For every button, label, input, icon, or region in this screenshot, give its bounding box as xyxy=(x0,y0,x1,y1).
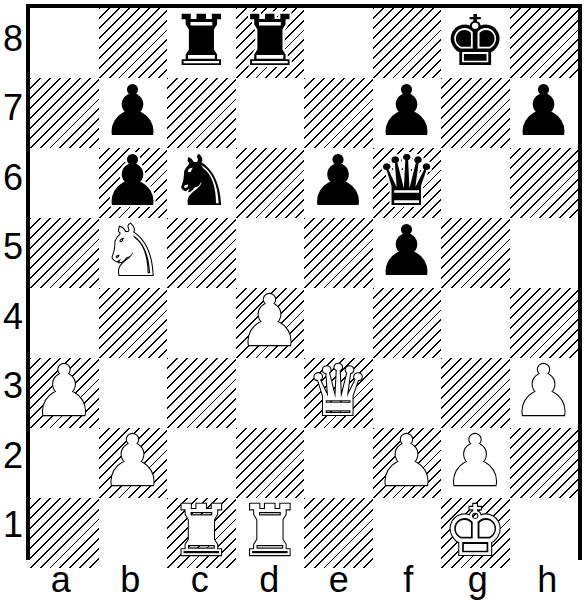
square-g1[interactable]: ♚ xyxy=(441,498,510,568)
square-b6[interactable]: ♟ xyxy=(99,148,168,218)
file-label-h: h xyxy=(513,560,583,600)
piece-white-pawn-g2[interactable]: ♟ xyxy=(444,426,507,496)
square-g5[interactable] xyxy=(441,218,510,288)
square-b2[interactable]: ♟ xyxy=(99,428,168,498)
square-e5[interactable] xyxy=(304,218,373,288)
square-f6[interactable]: ♛ xyxy=(373,148,442,218)
rank-label-2: 2 xyxy=(0,421,26,491)
square-h8[interactable] xyxy=(510,8,579,78)
square-f8[interactable] xyxy=(373,8,442,78)
square-a4[interactable] xyxy=(30,288,99,358)
square-h6[interactable] xyxy=(510,148,579,218)
square-c8[interactable]: ♜ xyxy=(167,8,236,78)
square-d4[interactable]: ♟ xyxy=(236,288,305,358)
square-b8[interactable] xyxy=(99,8,168,78)
square-e4[interactable] xyxy=(304,288,373,358)
square-f4[interactable] xyxy=(373,288,442,358)
piece-black-queen-f6[interactable]: ♛ xyxy=(375,146,438,216)
square-h4[interactable] xyxy=(510,288,579,358)
square-a2[interactable] xyxy=(30,428,99,498)
piece-white-pawn-a3[interactable]: ♟ xyxy=(33,356,96,426)
chess-board[interactable]: ♜♜♚♟♟♟♟♞♟♛♞♟♟♟♛♟♟♟♟♜♜♚ xyxy=(26,4,582,560)
square-g8[interactable]: ♚ xyxy=(441,8,510,78)
square-a7[interactable] xyxy=(30,78,99,148)
piece-white-knight-b5[interactable]: ♞ xyxy=(101,216,164,286)
square-d5[interactable] xyxy=(236,218,305,288)
square-h3[interactable]: ♟ xyxy=(510,358,579,428)
piece-white-pawn-f2[interactable]: ♟ xyxy=(375,426,438,496)
square-a8[interactable] xyxy=(30,8,99,78)
square-f7[interactable]: ♟ xyxy=(373,78,442,148)
square-a5[interactable] xyxy=(30,218,99,288)
square-d3[interactable] xyxy=(236,358,305,428)
piece-black-pawn-b7[interactable]: ♟ xyxy=(101,76,164,146)
square-c6[interactable]: ♞ xyxy=(167,148,236,218)
square-h1[interactable] xyxy=(510,498,579,568)
file-label-e: e xyxy=(304,560,374,600)
square-c7[interactable] xyxy=(167,78,236,148)
piece-white-pawn-b2[interactable]: ♟ xyxy=(101,426,164,496)
rank-label-6: 6 xyxy=(0,143,26,213)
square-e7[interactable] xyxy=(304,78,373,148)
rank-label-8: 8 xyxy=(0,4,26,74)
square-h5[interactable] xyxy=(510,218,579,288)
rank-labels: 8 7 6 5 4 3 2 1 xyxy=(0,4,26,560)
piece-white-pawn-d4[interactable]: ♟ xyxy=(238,286,301,356)
square-d8[interactable]: ♜ xyxy=(236,8,305,78)
file-labels: a b c d e f g h xyxy=(26,560,582,600)
rank-label-7: 7 xyxy=(0,74,26,144)
square-g6[interactable] xyxy=(441,148,510,218)
rank-label-5: 5 xyxy=(0,213,26,283)
file-label-b: b xyxy=(96,560,166,600)
piece-white-rook-c1[interactable]: ♜ xyxy=(170,496,233,566)
square-g7[interactable] xyxy=(441,78,510,148)
file-label-d: d xyxy=(235,560,305,600)
square-e8[interactable] xyxy=(304,8,373,78)
square-e1[interactable] xyxy=(304,498,373,568)
rank-label-1: 1 xyxy=(0,491,26,561)
square-e2[interactable] xyxy=(304,428,373,498)
file-label-c: c xyxy=(165,560,235,600)
piece-white-king-g1[interactable]: ♚ xyxy=(444,496,507,566)
square-c1[interactable]: ♜ xyxy=(167,498,236,568)
square-g3[interactable] xyxy=(441,358,510,428)
square-b1[interactable] xyxy=(99,498,168,568)
square-c2[interactable] xyxy=(167,428,236,498)
square-b4[interactable] xyxy=(99,288,168,358)
square-a3[interactable]: ♟ xyxy=(30,358,99,428)
square-a6[interactable] xyxy=(30,148,99,218)
rank-label-3: 3 xyxy=(0,352,26,422)
piece-black-king-g8[interactable]: ♚ xyxy=(444,6,507,76)
piece-black-rook-c8[interactable]: ♜ xyxy=(170,6,233,76)
square-c4[interactable] xyxy=(167,288,236,358)
square-f5[interactable]: ♟ xyxy=(373,218,442,288)
square-b5[interactable]: ♞ xyxy=(99,218,168,288)
file-label-a: a xyxy=(26,560,96,600)
square-e3[interactable]: ♛ xyxy=(304,358,373,428)
square-e6[interactable]: ♟ xyxy=(304,148,373,218)
square-b7[interactable]: ♟ xyxy=(99,78,168,148)
square-g2[interactable]: ♟ xyxy=(441,428,510,498)
square-h2[interactable] xyxy=(510,428,579,498)
piece-black-pawn-h7[interactable]: ♟ xyxy=(512,76,575,146)
square-g4[interactable] xyxy=(441,288,510,358)
rank-label-4: 4 xyxy=(0,282,26,352)
piece-white-pawn-h3[interactable]: ♟ xyxy=(512,356,575,426)
square-f3[interactable] xyxy=(373,358,442,428)
square-h7[interactable]: ♟ xyxy=(510,78,579,148)
piece-black-rook-d8[interactable]: ♜ xyxy=(238,6,301,76)
square-c3[interactable] xyxy=(167,358,236,428)
square-f2[interactable]: ♟ xyxy=(373,428,442,498)
square-c5[interactable] xyxy=(167,218,236,288)
file-label-g: g xyxy=(443,560,513,600)
square-d6[interactable] xyxy=(236,148,305,218)
file-label-f: f xyxy=(374,560,444,600)
square-d2[interactable] xyxy=(236,428,305,498)
piece-black-pawn-f7[interactable]: ♟ xyxy=(375,76,438,146)
piece-black-knight-c6[interactable]: ♞ xyxy=(170,146,233,216)
square-f1[interactable] xyxy=(373,498,442,568)
square-a1[interactable] xyxy=(30,498,99,568)
square-d7[interactable] xyxy=(236,78,305,148)
chess-diagram: 8 7 6 5 4 3 2 1 ♜♜♚♟♟♟♟♞♟♛♞♟♟♟♛♟♟♟♟♜♜♚ a… xyxy=(0,0,585,600)
piece-black-pawn-f5[interactable]: ♟ xyxy=(375,216,438,286)
piece-black-pawn-b6[interactable]: ♟ xyxy=(101,146,164,216)
piece-black-pawn-e6[interactable]: ♟ xyxy=(307,146,370,216)
piece-white-rook-d1[interactable]: ♜ xyxy=(238,496,301,566)
square-b3[interactable] xyxy=(99,358,168,428)
piece-white-queen-e3[interactable]: ♛ xyxy=(307,356,370,426)
square-d1[interactable]: ♜ xyxy=(236,498,305,568)
